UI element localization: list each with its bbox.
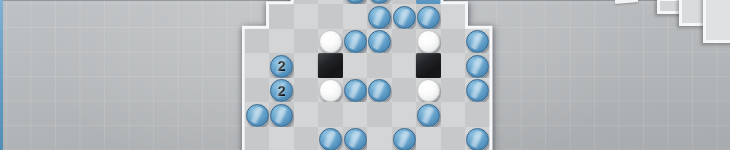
board-cell-r2c6[interactable] xyxy=(392,29,417,54)
board-cell-r6c0[interactable] xyxy=(245,127,270,150)
numbered-marble[interactable]: 2 xyxy=(270,55,293,78)
board-cell-r3c6[interactable] xyxy=(392,53,417,78)
blue-marble[interactable] xyxy=(344,79,367,102)
board-cell-r5c4[interactable] xyxy=(343,102,368,127)
puzzle-board: 22 xyxy=(245,0,490,150)
board-cell-r2c1[interactable] xyxy=(269,29,294,54)
blue-marble[interactable] xyxy=(466,128,489,150)
game-screen: 22 xyxy=(0,0,730,150)
board-cell-r6c7[interactable] xyxy=(416,127,441,150)
board-cell-r5c9[interactable] xyxy=(465,102,490,127)
blue-marble[interactable] xyxy=(344,128,367,150)
board-cell-r5c8[interactable] xyxy=(441,102,466,127)
board-cell-r5c2[interactable] xyxy=(294,102,319,127)
board-cell-r5c3[interactable] xyxy=(318,102,343,127)
left-edge-blue-strip xyxy=(0,0,3,150)
blue-marble[interactable] xyxy=(368,6,391,29)
decor-white-edge-fragment xyxy=(615,0,638,3)
board-cell-r3c2[interactable] xyxy=(294,53,319,78)
board-cell-r6c8[interactable] xyxy=(441,127,466,150)
blue-marble[interactable] xyxy=(417,6,440,29)
blue-marble[interactable] xyxy=(417,104,440,127)
board-cell-r4c8[interactable] xyxy=(441,78,466,103)
board-cell-r1c4[interactable] xyxy=(343,4,368,29)
board-cell-r3c0[interactable] xyxy=(245,53,270,78)
board-cell-r1c1[interactable] xyxy=(269,4,294,29)
blue-marble[interactable] xyxy=(246,104,269,127)
board-cell-r2c0[interactable] xyxy=(245,29,270,54)
board-cell-r5c6[interactable] xyxy=(392,102,417,127)
board-cell-r2c8[interactable] xyxy=(441,29,466,54)
board-cell-r1c3[interactable] xyxy=(318,4,343,29)
blue-marble[interactable] xyxy=(393,128,416,150)
board-cell-r6c1[interactable] xyxy=(269,127,294,150)
blue-marble[interactable] xyxy=(466,55,489,78)
board-cell-r6c5[interactable] xyxy=(367,127,392,150)
board-cell-r4c0[interactable] xyxy=(245,78,270,103)
blue-marble[interactable] xyxy=(393,6,416,29)
decor-stepped-card-large xyxy=(703,0,730,43)
board-cell-r4c2[interactable] xyxy=(294,78,319,103)
board-cell-r5c5[interactable] xyxy=(367,102,392,127)
black-tile[interactable] xyxy=(416,53,441,78)
board-cell-r2c2[interactable] xyxy=(294,29,319,54)
board-cell-r3c5[interactable] xyxy=(367,53,392,78)
blue-marble[interactable] xyxy=(319,128,342,150)
board-cell-r3c4[interactable] xyxy=(343,53,368,78)
black-tile[interactable] xyxy=(318,53,343,78)
puzzle-board-wrapper: 22 xyxy=(242,0,493,150)
blue-marble[interactable] xyxy=(270,104,293,127)
board-cell-r1c8[interactable] xyxy=(441,4,466,29)
board-cell-r1c2[interactable] xyxy=(294,4,319,29)
board-white-border: 22 xyxy=(242,0,493,150)
board-cell-r6c2[interactable] xyxy=(294,127,319,150)
board-cell-r3c8[interactable] xyxy=(441,53,466,78)
blue-marble[interactable] xyxy=(344,30,367,53)
board-cell-r4c6[interactable] xyxy=(392,78,417,103)
